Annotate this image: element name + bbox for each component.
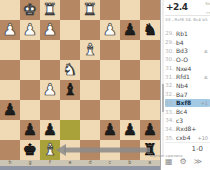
move-row-cxb4[interactable]: 35.cxb4+10 [165, 133, 210, 142]
black-king[interactable]: ♚ [20, 140, 40, 160]
move-number: 31. [165, 65, 176, 71]
square-g7[interactable]: ♟ [20, 120, 40, 140]
square-b7[interactable]: ♟ [120, 120, 140, 140]
square-h7[interactable] [0, 120, 20, 140]
square-a2[interactable]: ♞ [140, 20, 160, 40]
square-f8[interactable]: ♝ [40, 140, 60, 160]
square-d1[interactable]: ♜ [80, 0, 100, 20]
square-c2[interactable]: ♟ [100, 20, 120, 40]
black-pawn[interactable]: ♟ [0, 100, 20, 120]
move-number: 30… [165, 56, 176, 62]
move-eval-note: ± [204, 48, 210, 54]
square-f6[interactable] [40, 100, 60, 120]
move-san: Rfd1 [176, 73, 190, 80]
square-e6[interactable] [60, 100, 80, 120]
square-h6[interactable]: ♟ [0, 100, 20, 120]
square-e7[interactable] [60, 120, 80, 140]
move-row-O-O[interactable]: 30…O-O [165, 55, 210, 64]
square-b2[interactable]: ♟ [120, 20, 140, 40]
move-san: O-O [176, 56, 188, 63]
move-san: Nb4 [176, 82, 188, 89]
move-eval-note: +1 [201, 100, 210, 106]
square-a6[interactable] [140, 100, 160, 120]
move-san: b4 [176, 39, 184, 46]
square-g8[interactable]: ♚ [20, 140, 40, 160]
square-c4[interactable] [100, 60, 120, 80]
move-row-Rxd8+[interactable]: 34…Rxd8+ [165, 125, 210, 134]
white-pawn[interactable]: ♟ [40, 20, 60, 40]
move-row-Nxe4[interactable]: 31.Nxe4 [165, 64, 210, 73]
square-c7[interactable]: ♟ [100, 120, 120, 140]
move-san: c3 [176, 117, 183, 124]
black-knight[interactable]: ♞ [140, 20, 160, 40]
square-f4[interactable] [40, 60, 60, 80]
move-number: 31… [165, 74, 176, 80]
evaluation-score: +2.4 [165, 0, 187, 12]
move-san: Bd3 [176, 47, 188, 54]
square-d4[interactable] [80, 60, 100, 80]
board-grid: ♚♜♜♟♟♟♟♟♞♝♞♟♝♟♟♟♟♟♟♚♝♜ [0, 0, 160, 160]
move-number: 33… [165, 109, 176, 115]
panel-toolbar: ▦⚙≫ [161, 157, 206, 167]
white-rook[interactable]: ♜ [80, 0, 100, 20]
square-b6[interactable] [120, 100, 140, 120]
square-g5[interactable] [20, 80, 40, 100]
square-b5[interactable] [120, 80, 140, 100]
square-h3[interactable] [0, 40, 20, 60]
square-g6[interactable] [20, 100, 40, 120]
square-d5[interactable] [80, 80, 100, 100]
move-row-Bd3[interactable]: 30.Bd3± [165, 46, 210, 55]
white-bishop[interactable]: ♝ [40, 140, 60, 160]
next-icon[interactable]: ≫ [194, 157, 202, 167]
board-icon[interactable]: ▦ [165, 157, 173, 167]
move-number: 30. [165, 48, 176, 54]
move-number: 29… [165, 39, 176, 45]
chess-analysis-app: ♚♜♜♟♟♟♟♟♞♝♞♟♝♟♟♟♟♟♟♚♝♜ hgfedcba +2.4 Sto… [0, 0, 210, 170]
black-pawn[interactable]: ♟ [120, 120, 140, 140]
square-d2[interactable] [80, 20, 100, 40]
square-b3[interactable] [120, 40, 140, 60]
square-d7[interactable] [80, 120, 100, 140]
square-g3[interactable] [20, 40, 40, 60]
bottom-strip [0, 166, 160, 170]
square-g1[interactable]: ♚ [20, 0, 40, 20]
black-pawn[interactable]: ♟ [140, 120, 160, 140]
white-pawn[interactable]: ♟ [40, 80, 60, 100]
black-pawn[interactable]: ♟ [120, 20, 140, 40]
move-row-Rfd1[interactable]: 31…Rfd1± [165, 72, 210, 81]
game-result: 1-0 [165, 142, 210, 153]
square-e3[interactable] [60, 40, 80, 60]
chess-board: ♚♜♜♟♟♟♟♟♞♝♞♟♝♟♟♟♟♟♟♚♝♜ hgfedcba [0, 0, 160, 160]
move-row-Rb1[interactable]: 29.Rb1 [165, 29, 210, 38]
principal-variation[interactable]: 33…Rxf8 34. Bc4 b5 35. Bd5 Rb8 [165, 17, 209, 25]
black-pawn[interactable]: ♟ [40, 120, 60, 140]
square-a3[interactable] [140, 40, 160, 60]
square-e1[interactable] [60, 0, 80, 20]
gear-icon[interactable]: ⚙ [180, 157, 187, 167]
square-a7[interactable]: ♟ [140, 120, 160, 140]
move-number: 32… [165, 91, 176, 97]
move-row-c3[interactable]: 34.c3 [165, 116, 210, 125]
square-a4[interactable] [140, 60, 160, 80]
move-number: 35. [165, 135, 176, 141]
move-number: 29. [165, 30, 176, 36]
move-san: Bxf8 [176, 99, 191, 106]
panel-scrollbar[interactable] [162, 0, 164, 156]
square-c3[interactable] [100, 40, 120, 60]
square-h8[interactable] [0, 140, 20, 160]
square-e4[interactable]: ♞ [60, 60, 80, 80]
white-knight[interactable]: ♞ [60, 60, 80, 80]
square-c1[interactable] [100, 0, 120, 20]
square-h4[interactable] [0, 60, 20, 80]
square-e8[interactable] [60, 140, 80, 160]
square-c8[interactable] [100, 140, 120, 160]
white-bishop[interactable]: ♝ [80, 40, 100, 60]
move-number: 34. [165, 117, 176, 123]
move-number: 34… [165, 126, 176, 132]
square-f5[interactable]: ♟ [40, 80, 60, 100]
move-san: cxb4 [176, 134, 190, 141]
move-san: Rxd8+ [176, 125, 196, 132]
square-h2[interactable]: ♟ [0, 20, 20, 40]
black-bishop[interactable]: ♝ [60, 80, 80, 100]
move-list: 29.Rb129…b430.Bd3±30…O-O31.Nxe431…Rfd1±3… [165, 29, 210, 142]
white-pawn[interactable]: ♟ [20, 20, 40, 40]
square-g2[interactable]: ♟ [20, 20, 40, 40]
square-b1[interactable] [120, 0, 140, 20]
square-f1[interactable]: ♜ [40, 0, 60, 20]
move-row-b4[interactable]: 29…b4 [165, 38, 210, 47]
square-h1[interactable] [0, 0, 20, 20]
move-number: 32. [165, 82, 176, 88]
square-g4[interactable] [20, 60, 40, 80]
scrollbar-thumb[interactable] [162, 84, 164, 112]
square-d8[interactable] [80, 140, 100, 160]
analysis-panel: +2.4 Stockfish 9 глубина 20 33…Rxf8 34. … [160, 0, 210, 170]
square-f3[interactable] [40, 40, 60, 60]
white-king[interactable]: ♚ [20, 0, 40, 20]
white-pawn[interactable]: ♟ [0, 20, 20, 40]
black-pawn[interactable]: ♟ [100, 120, 120, 140]
square-c6[interactable] [100, 100, 120, 120]
square-c5[interactable] [100, 80, 120, 100]
move-san: Nxe4 [176, 65, 191, 72]
move-row-Ba7[interactable]: 32…Ba7 [165, 90, 210, 99]
square-a5[interactable] [140, 80, 160, 100]
move-san: Ba7 [176, 91, 188, 98]
move-eval-note: +10 [197, 135, 210, 141]
square-h5[interactable] [0, 80, 20, 100]
move-eval-note: ± [204, 74, 210, 80]
square-f7[interactable]: ♟ [40, 120, 60, 140]
square-a1[interactable] [140, 0, 160, 20]
move-row-Bc4[interactable]: 33…Bc4 [165, 107, 210, 116]
move-san: Bc4 [176, 108, 187, 115]
square-e5[interactable]: ♝ [60, 80, 80, 100]
engine-name: Stockfish 9 [206, 2, 210, 11]
square-b8[interactable] [120, 140, 140, 160]
white-pawn[interactable]: ♟ [100, 20, 120, 40]
black-pawn[interactable]: ♟ [20, 120, 40, 140]
move-row-Nb4[interactable]: 32.Nb4 [165, 81, 210, 90]
move-san: Rb1 [176, 30, 188, 37]
square-f2[interactable]: ♟ [40, 20, 60, 40]
square-e2[interactable] [60, 20, 80, 40]
move-number: 33. [165, 100, 176, 106]
white-rook[interactable]: ♜ [40, 0, 60, 20]
square-b4[interactable] [120, 60, 140, 80]
square-d6[interactable] [80, 100, 100, 120]
square-d3[interactable]: ♝ [80, 40, 100, 60]
engine-header: +2.4 Stockfish 9 глубина 20 [165, 0, 210, 16]
move-row-Bxf8[interactable]: 33.Bxf8+1 [165, 99, 210, 108]
